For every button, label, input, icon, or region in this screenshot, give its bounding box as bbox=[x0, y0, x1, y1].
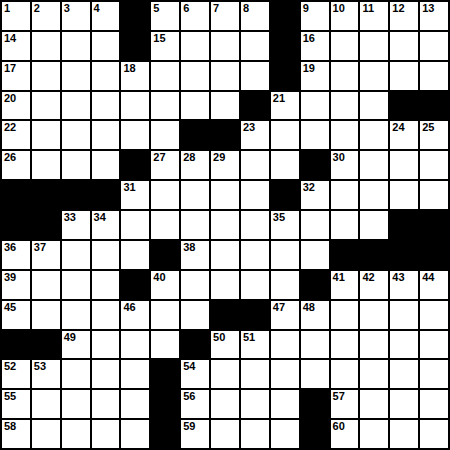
block-cell bbox=[180, 330, 210, 360]
block-cell bbox=[419, 240, 449, 270]
grid-cell[interactable]: 24 bbox=[389, 120, 419, 150]
grid-cell[interactable]: 6 bbox=[180, 1, 210, 31]
clue-number: 47 bbox=[273, 301, 285, 314]
grid-cell[interactable] bbox=[240, 270, 270, 300]
grid-cell[interactable] bbox=[300, 120, 330, 150]
clue-number: 42 bbox=[362, 271, 374, 284]
block-cell bbox=[31, 330, 61, 360]
grid-cell[interactable] bbox=[240, 61, 270, 91]
block-cell bbox=[389, 210, 419, 240]
grid-cell[interactable] bbox=[389, 389, 419, 419]
grid-cell[interactable]: 44 bbox=[419, 270, 449, 300]
block-cell bbox=[150, 240, 180, 270]
grid-cell[interactable] bbox=[330, 330, 360, 360]
grid-cell[interactable] bbox=[240, 180, 270, 210]
block-cell bbox=[419, 210, 449, 240]
clue-number: 2 bbox=[34, 2, 40, 15]
grid-cell[interactable] bbox=[419, 419, 449, 449]
grid-cell[interactable]: 10 bbox=[330, 1, 360, 31]
grid-cell[interactable] bbox=[91, 270, 121, 300]
grid-cell[interactable] bbox=[61, 150, 91, 180]
grid-cell[interactable]: 53 bbox=[31, 359, 61, 389]
grid-cell[interactable] bbox=[150, 210, 180, 240]
grid-cell[interactable]: 35 bbox=[270, 210, 300, 240]
grid-cell[interactable] bbox=[120, 389, 150, 419]
grid-cell[interactable] bbox=[359, 91, 389, 121]
block-cell bbox=[300, 389, 330, 419]
grid-cell[interactable] bbox=[240, 389, 270, 419]
clue-number: 1 bbox=[4, 2, 10, 15]
grid-cell[interactable]: 8 bbox=[240, 1, 270, 31]
grid-cell[interactable]: 18 bbox=[120, 61, 150, 91]
clue-number: 4 bbox=[94, 2, 100, 15]
clue-number: 58 bbox=[4, 420, 16, 433]
clue-number: 24 bbox=[392, 121, 404, 134]
grid-cell[interactable] bbox=[61, 31, 91, 61]
block-cell bbox=[210, 120, 240, 150]
clue-number: 55 bbox=[4, 390, 16, 403]
clue-number: 30 bbox=[333, 151, 345, 164]
grid-cell[interactable] bbox=[150, 180, 180, 210]
grid-cell[interactable]: 27 bbox=[150, 150, 180, 180]
grid-cell[interactable] bbox=[210, 419, 240, 449]
grid-cell[interactable] bbox=[359, 210, 389, 240]
clue-number: 44 bbox=[422, 271, 434, 284]
clue-number: 51 bbox=[243, 331, 255, 344]
grid-cell[interactable] bbox=[31, 91, 61, 121]
grid-cell[interactable]: 43 bbox=[389, 270, 419, 300]
grid-cell[interactable] bbox=[180, 300, 210, 330]
grid-cell[interactable] bbox=[240, 419, 270, 449]
block-cell bbox=[120, 1, 150, 31]
grid-cell[interactable]: 4 bbox=[91, 1, 121, 31]
grid-cell[interactable]: 32 bbox=[300, 180, 330, 210]
grid-cell[interactable] bbox=[210, 180, 240, 210]
grid-cell[interactable] bbox=[210, 31, 240, 61]
grid-cell[interactable]: 14 bbox=[1, 31, 31, 61]
grid-cell[interactable] bbox=[120, 419, 150, 449]
clue-number: 18 bbox=[123, 62, 135, 75]
grid-cell[interactable] bbox=[270, 359, 300, 389]
block-cell bbox=[210, 300, 240, 330]
clue-number: 13 bbox=[422, 2, 434, 15]
clue-number: 59 bbox=[183, 420, 195, 433]
grid-cell[interactable] bbox=[240, 359, 270, 389]
grid-cell[interactable]: 3 bbox=[61, 1, 91, 31]
grid-cell[interactable] bbox=[210, 240, 240, 270]
clue-number: 41 bbox=[333, 271, 345, 284]
grid-cell[interactable]: 42 bbox=[359, 270, 389, 300]
grid-cell[interactable]: 22 bbox=[1, 120, 31, 150]
grid-cell[interactable]: 2 bbox=[31, 1, 61, 31]
grid-cell[interactable]: 48 bbox=[300, 300, 330, 330]
grid-cell[interactable] bbox=[359, 150, 389, 180]
clue-number: 57 bbox=[333, 390, 345, 403]
grid-cell[interactable]: 47 bbox=[270, 300, 300, 330]
grid-cell[interactable] bbox=[359, 180, 389, 210]
grid-cell[interactable] bbox=[300, 210, 330, 240]
grid-cell[interactable] bbox=[419, 150, 449, 180]
grid-cell[interactable]: 57 bbox=[330, 389, 360, 419]
grid-cell[interactable] bbox=[91, 31, 121, 61]
clue-number: 5 bbox=[153, 2, 159, 15]
block-cell bbox=[120, 150, 150, 180]
clue-number: 20 bbox=[4, 92, 16, 105]
grid-cell[interactable] bbox=[91, 120, 121, 150]
grid-cell[interactable]: 5 bbox=[150, 1, 180, 31]
grid-cell[interactable]: 20 bbox=[1, 91, 31, 121]
grid-cell[interactable] bbox=[389, 330, 419, 360]
grid-cell[interactable]: 15 bbox=[150, 31, 180, 61]
grid-cell[interactable] bbox=[359, 330, 389, 360]
grid-cell[interactable]: 55 bbox=[1, 389, 31, 419]
grid-cell[interactable]: 13 bbox=[419, 1, 449, 31]
grid-cell[interactable]: 34 bbox=[91, 210, 121, 240]
grid-cell[interactable] bbox=[419, 359, 449, 389]
clue-number: 26 bbox=[4, 151, 16, 164]
grid-cell[interactable]: 60 bbox=[330, 419, 360, 449]
grid-cell[interactable]: 25 bbox=[419, 120, 449, 150]
block-cell bbox=[120, 270, 150, 300]
grid-cell[interactable] bbox=[300, 91, 330, 121]
grid-cell[interactable] bbox=[180, 61, 210, 91]
grid-cell[interactable]: 33 bbox=[61, 210, 91, 240]
clue-number: 34 bbox=[94, 211, 106, 224]
clue-number: 10 bbox=[333, 2, 345, 15]
grid-cell[interactable] bbox=[330, 120, 360, 150]
grid-cell[interactable]: 17 bbox=[1, 61, 31, 91]
block-cell bbox=[270, 1, 300, 31]
clue-number: 54 bbox=[183, 360, 195, 373]
grid-cell[interactable] bbox=[120, 359, 150, 389]
grid-cell[interactable] bbox=[359, 359, 389, 389]
block-cell bbox=[31, 210, 61, 240]
grid-cell[interactable] bbox=[150, 91, 180, 121]
grid-cell[interactable] bbox=[91, 150, 121, 180]
grid-cell[interactable]: 36 bbox=[1, 240, 31, 270]
grid-cell[interactable] bbox=[210, 389, 240, 419]
block-cell bbox=[359, 240, 389, 270]
block-cell bbox=[150, 389, 180, 419]
block-cell bbox=[1, 180, 31, 210]
grid-cell[interactable]: 31 bbox=[120, 180, 150, 210]
grid-cell[interactable]: 30 bbox=[330, 150, 360, 180]
grid-cell[interactable] bbox=[419, 300, 449, 330]
clue-number: 6 bbox=[183, 2, 189, 15]
grid-cell[interactable] bbox=[270, 330, 300, 360]
grid-cell[interactable] bbox=[91, 240, 121, 270]
grid-cell[interactable] bbox=[180, 210, 210, 240]
grid-cell[interactable]: 9 bbox=[300, 1, 330, 31]
grid-cell[interactable] bbox=[31, 270, 61, 300]
grid-cell[interactable]: 1 bbox=[1, 1, 31, 31]
clue-number: 17 bbox=[4, 62, 16, 75]
grid-cell[interactable] bbox=[419, 61, 449, 91]
grid-cell[interactable]: 45 bbox=[1, 300, 31, 330]
clue-number: 36 bbox=[4, 241, 16, 254]
crossword-board: 1234567891011121314151617181920212223242… bbox=[0, 0, 450, 450]
grid-cell[interactable] bbox=[31, 31, 61, 61]
clue-number: 9 bbox=[303, 2, 309, 15]
grid-cell[interactable]: 26 bbox=[1, 150, 31, 180]
block-cell bbox=[389, 91, 419, 121]
clue-number: 8 bbox=[243, 2, 249, 15]
grid-cell[interactable]: 59 bbox=[180, 419, 210, 449]
clue-number: 49 bbox=[64, 331, 76, 344]
clue-number: 21 bbox=[273, 92, 285, 105]
grid-cell[interactable] bbox=[120, 240, 150, 270]
grid-cell[interactable] bbox=[91, 330, 121, 360]
grid-cell[interactable] bbox=[91, 359, 121, 389]
grid-cell[interactable] bbox=[61, 359, 91, 389]
grid-cell[interactable]: 37 bbox=[31, 240, 61, 270]
block-cell bbox=[270, 31, 300, 61]
grid-cell[interactable]: 52 bbox=[1, 359, 31, 389]
grid-cell[interactable]: 49 bbox=[61, 330, 91, 360]
grid-cell[interactable]: 16 bbox=[300, 31, 330, 61]
grid-cell[interactable]: 28 bbox=[180, 150, 210, 180]
grid-cell[interactable] bbox=[419, 31, 449, 61]
clue-number: 22 bbox=[4, 121, 16, 134]
block-cell bbox=[240, 91, 270, 121]
block-cell bbox=[240, 300, 270, 330]
clue-number: 16 bbox=[303, 32, 315, 45]
block-cell bbox=[120, 31, 150, 61]
grid-cell[interactable] bbox=[330, 31, 360, 61]
clue-number: 3 bbox=[64, 2, 70, 15]
clue-number: 15 bbox=[153, 32, 165, 45]
clue-number: 37 bbox=[34, 241, 46, 254]
block-cell bbox=[270, 180, 300, 210]
grid-cell[interactable]: 41 bbox=[330, 270, 360, 300]
grid-cell[interactable] bbox=[240, 150, 270, 180]
clue-number: 7 bbox=[213, 2, 219, 15]
grid-cell[interactable] bbox=[61, 270, 91, 300]
block-cell bbox=[1, 210, 31, 240]
grid-cell[interactable] bbox=[330, 210, 360, 240]
grid-cell[interactable] bbox=[150, 120, 180, 150]
block-cell bbox=[31, 180, 61, 210]
block-cell bbox=[180, 120, 210, 150]
grid-cell[interactable]: 46 bbox=[120, 300, 150, 330]
clue-number: 29 bbox=[213, 151, 225, 164]
grid-cell[interactable]: 29 bbox=[210, 150, 240, 180]
grid-cell[interactable] bbox=[389, 359, 419, 389]
grid-cell[interactable]: 54 bbox=[180, 359, 210, 389]
block-cell bbox=[389, 240, 419, 270]
grid-cell[interactable] bbox=[210, 91, 240, 121]
grid-cell[interactable] bbox=[389, 180, 419, 210]
grid-cell[interactable] bbox=[61, 300, 91, 330]
clue-number: 28 bbox=[183, 151, 195, 164]
grid-cell[interactable] bbox=[210, 270, 240, 300]
clue-number: 60 bbox=[333, 420, 345, 433]
clue-number: 50 bbox=[213, 331, 225, 344]
grid-cell[interactable] bbox=[330, 359, 360, 389]
grid-cell[interactable] bbox=[330, 91, 360, 121]
grid-cell[interactable] bbox=[389, 300, 419, 330]
grid-cell[interactable] bbox=[359, 419, 389, 449]
block-cell bbox=[330, 240, 360, 270]
block-cell bbox=[419, 91, 449, 121]
clue-number: 43 bbox=[392, 271, 404, 284]
grid-cell[interactable] bbox=[389, 61, 419, 91]
clue-number: 56 bbox=[183, 390, 195, 403]
grid-cell[interactable] bbox=[31, 300, 61, 330]
grid-cell[interactable] bbox=[31, 120, 61, 150]
grid-cell[interactable] bbox=[300, 240, 330, 270]
grid-cell[interactable] bbox=[359, 31, 389, 61]
grid-cell[interactable] bbox=[359, 120, 389, 150]
block-cell bbox=[91, 180, 121, 210]
grid-cell[interactable] bbox=[91, 300, 121, 330]
grid-cell[interactable] bbox=[150, 330, 180, 360]
clue-number: 52 bbox=[4, 360, 16, 373]
block-cell bbox=[150, 359, 180, 389]
grid-cell[interactable] bbox=[91, 419, 121, 449]
grid-cell[interactable]: 39 bbox=[1, 270, 31, 300]
grid-cell[interactable] bbox=[330, 180, 360, 210]
clue-number: 19 bbox=[303, 62, 315, 75]
grid-cell[interactable] bbox=[31, 61, 61, 91]
grid-cell[interactable]: 50 bbox=[210, 330, 240, 360]
grid-cell[interactable] bbox=[330, 300, 360, 330]
grid-cell[interactable]: 21 bbox=[270, 91, 300, 121]
grid-cell[interactable] bbox=[389, 150, 419, 180]
grid-cell[interactable]: 58 bbox=[1, 419, 31, 449]
clue-number: 23 bbox=[243, 121, 255, 134]
clue-number: 45 bbox=[4, 301, 16, 314]
grid-cell[interactable] bbox=[61, 61, 91, 91]
grid-cell[interactable] bbox=[150, 61, 180, 91]
grid-cell[interactable] bbox=[61, 91, 91, 121]
grid-cell[interactable] bbox=[330, 61, 360, 91]
block-cell bbox=[300, 150, 330, 180]
grid-cell[interactable] bbox=[300, 330, 330, 360]
grid-cell[interactable] bbox=[419, 180, 449, 210]
grid-cell[interactable] bbox=[419, 389, 449, 419]
clue-number: 11 bbox=[362, 2, 374, 15]
grid-cell[interactable] bbox=[270, 150, 300, 180]
grid-cell[interactable] bbox=[270, 419, 300, 449]
block-cell bbox=[1, 330, 31, 360]
grid-cell[interactable] bbox=[180, 91, 210, 121]
grid-cell[interactable] bbox=[91, 91, 121, 121]
grid-cell[interactable]: 38 bbox=[180, 240, 210, 270]
grid-cell[interactable] bbox=[150, 300, 180, 330]
grid-cell[interactable] bbox=[180, 180, 210, 210]
clue-number: 48 bbox=[303, 301, 315, 314]
grid-cell[interactable] bbox=[389, 31, 419, 61]
grid-cell[interactable] bbox=[120, 330, 150, 360]
clue-number: 14 bbox=[4, 32, 16, 45]
clue-number: 33 bbox=[64, 211, 76, 224]
grid-cell[interactable] bbox=[240, 31, 270, 61]
grid-cell[interactable] bbox=[61, 389, 91, 419]
grid-cell[interactable] bbox=[240, 240, 270, 270]
clue-number: 12 bbox=[392, 2, 404, 15]
grid-cell[interactable] bbox=[270, 120, 300, 150]
grid-cell[interactable]: 19 bbox=[300, 61, 330, 91]
grid-cell[interactable] bbox=[120, 91, 150, 121]
grid-cell[interactable] bbox=[31, 389, 61, 419]
clue-number: 39 bbox=[4, 271, 16, 284]
grid-cell[interactable] bbox=[240, 210, 270, 240]
block-cell bbox=[150, 419, 180, 449]
clue-number: 25 bbox=[422, 121, 434, 134]
grid-cell[interactable]: 40 bbox=[150, 270, 180, 300]
clue-number: 38 bbox=[183, 241, 195, 254]
grid-cell[interactable]: 23 bbox=[240, 120, 270, 150]
grid-cell[interactable] bbox=[91, 61, 121, 91]
block-cell bbox=[300, 270, 330, 300]
grid-cell[interactable] bbox=[389, 419, 419, 449]
grid-cell[interactable] bbox=[210, 210, 240, 240]
grid-cell[interactable] bbox=[120, 210, 150, 240]
grid-cell[interactable] bbox=[419, 330, 449, 360]
grid-cell[interactable]: 7 bbox=[210, 1, 240, 31]
block-cell bbox=[300, 419, 330, 449]
grid-cell[interactable] bbox=[210, 61, 240, 91]
grid-cell[interactable] bbox=[180, 270, 210, 300]
grid-cell[interactable] bbox=[61, 419, 91, 449]
grid-cell[interactable] bbox=[270, 389, 300, 419]
block-cell bbox=[270, 61, 300, 91]
clue-number: 35 bbox=[273, 211, 285, 224]
block-cell bbox=[61, 180, 91, 210]
grid-cell[interactable]: 12 bbox=[389, 1, 419, 31]
clue-number: 53 bbox=[34, 360, 46, 373]
clue-number: 31 bbox=[123, 181, 135, 194]
grid-cell[interactable] bbox=[270, 240, 300, 270]
clue-number: 40 bbox=[153, 271, 165, 284]
grid-cell[interactable] bbox=[31, 419, 61, 449]
grid-cell[interactable] bbox=[210, 359, 240, 389]
grid-cell[interactable] bbox=[359, 389, 389, 419]
grid-cell[interactable] bbox=[300, 359, 330, 389]
clue-number: 27 bbox=[153, 151, 165, 164]
grid-cell[interactable]: 56 bbox=[180, 389, 210, 419]
grid-cell[interactable] bbox=[120, 120, 150, 150]
grid-cell[interactable] bbox=[91, 389, 121, 419]
grid-cell[interactable] bbox=[359, 300, 389, 330]
grid-cell[interactable] bbox=[270, 270, 300, 300]
clue-number: 46 bbox=[123, 301, 135, 314]
grid-cell[interactable] bbox=[61, 240, 91, 270]
grid-cell[interactable]: 11 bbox=[359, 1, 389, 31]
grid-cell[interactable] bbox=[61, 120, 91, 150]
grid-cell[interactable] bbox=[359, 61, 389, 91]
grid-cell[interactable] bbox=[31, 150, 61, 180]
grid-cell[interactable]: 51 bbox=[240, 330, 270, 360]
clue-number: 32 bbox=[303, 181, 315, 194]
grid-cell[interactable] bbox=[180, 31, 210, 61]
